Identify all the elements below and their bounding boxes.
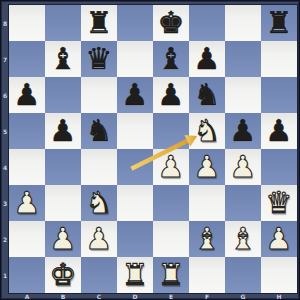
piece-black-pawn-e6[interactable]: ♟ xyxy=(158,77,185,113)
square-e5[interactable] xyxy=(153,113,189,149)
square-a4[interactable] xyxy=(9,149,45,185)
piece-black-queen-c7[interactable]: ♛ xyxy=(86,41,113,77)
file-label-a: A xyxy=(9,292,45,300)
square-a8[interactable] xyxy=(9,5,45,41)
square-g1[interactable] xyxy=(225,257,261,293)
square-a5[interactable] xyxy=(9,113,45,149)
file-label-g: G xyxy=(225,292,261,300)
square-g2[interactable]: ♝ xyxy=(225,221,261,257)
square-c3[interactable]: ♞ xyxy=(81,185,117,221)
rank-label-3: 3 xyxy=(1,185,9,221)
square-b7[interactable]: ♝ xyxy=(45,41,81,77)
square-f1[interactable] xyxy=(189,257,225,293)
piece-black-pawn-a6[interactable]: ♟ xyxy=(14,77,41,113)
board-squares: ♜♚♜♝♛♝♟♟♟♟♞♟♞♞♟♟♟♟♟♟♞♛♟♟♝♝♟♚♜♜ xyxy=(9,5,297,293)
square-h5[interactable]: ♟ xyxy=(261,113,297,149)
square-c2[interactable]: ♟ xyxy=(81,221,117,257)
piece-white-knight-c3[interactable]: ♞ xyxy=(86,185,113,221)
square-b8[interactable] xyxy=(45,5,81,41)
square-d6[interactable]: ♟ xyxy=(117,77,153,113)
piece-black-pawn-d6[interactable]: ♟ xyxy=(122,77,149,113)
rank-label-7: 7 xyxy=(1,41,9,77)
square-c7[interactable]: ♛ xyxy=(81,41,117,77)
file-label-b: B xyxy=(45,292,81,300)
square-a7[interactable] xyxy=(9,41,45,77)
piece-white-rook-d1[interactable]: ♜ xyxy=(122,257,149,293)
square-d1[interactable]: ♜ xyxy=(117,257,153,293)
square-d8[interactable] xyxy=(117,5,153,41)
square-e4[interactable]: ♟ xyxy=(153,149,189,185)
square-c6[interactable] xyxy=(81,77,117,113)
piece-black-knight-f6[interactable]: ♞ xyxy=(194,77,221,113)
piece-white-knight-f5[interactable]: ♞ xyxy=(194,113,221,149)
square-c8[interactable]: ♜ xyxy=(81,5,117,41)
square-a1[interactable] xyxy=(9,257,45,293)
piece-white-queen-h3[interactable]: ♛ xyxy=(266,185,293,221)
chess-board: 87654321 ♜♚♜♝♛♝♟♟♟♟♞♟♞♞♟♟♟♟♟♟♞♛♟♟♝♝♟♚♜♜ … xyxy=(0,0,300,300)
square-h3[interactable]: ♛ xyxy=(261,185,297,221)
square-e7[interactable]: ♝ xyxy=(153,41,189,77)
square-b2[interactable]: ♟ xyxy=(45,221,81,257)
square-d4[interactable] xyxy=(117,149,153,185)
square-h2[interactable]: ♟ xyxy=(261,221,297,257)
piece-black-pawn-f7[interactable]: ♟ xyxy=(194,41,221,77)
square-c1[interactable] xyxy=(81,257,117,293)
square-h4[interactable] xyxy=(261,149,297,185)
piece-white-pawn-h2[interactable]: ♟ xyxy=(266,221,293,257)
piece-black-bishop-e7[interactable]: ♝ xyxy=(158,41,185,77)
rank-label-4: 4 xyxy=(1,149,9,185)
rank-label-1: 1 xyxy=(1,257,9,293)
rank-label-8: 8 xyxy=(1,5,9,41)
piece-white-pawn-b2[interactable]: ♟ xyxy=(50,221,77,257)
piece-black-pawn-h5[interactable]: ♟ xyxy=(266,113,293,149)
square-c4[interactable] xyxy=(81,149,117,185)
file-label-c: C xyxy=(81,292,117,300)
square-g5[interactable]: ♟ xyxy=(225,113,261,149)
piece-black-rook-c8[interactable]: ♜ xyxy=(86,5,113,41)
square-b6[interactable] xyxy=(45,77,81,113)
square-f3[interactable] xyxy=(189,185,225,221)
piece-black-pawn-g5[interactable]: ♟ xyxy=(230,113,257,149)
piece-white-bishop-g2[interactable]: ♝ xyxy=(230,221,257,257)
square-e8[interactable]: ♚ xyxy=(153,5,189,41)
square-g6[interactable] xyxy=(225,77,261,113)
square-e1[interactable]: ♜ xyxy=(153,257,189,293)
piece-white-pawn-g4[interactable]: ♟ xyxy=(230,149,257,185)
rank-label-5: 5 xyxy=(1,113,9,149)
piece-white-rook-e1[interactable]: ♜ xyxy=(158,257,185,293)
square-a6[interactable]: ♟ xyxy=(9,77,45,113)
square-h7[interactable] xyxy=(261,41,297,77)
file-labels: ABCDEFGH xyxy=(9,292,297,300)
piece-black-king-e8[interactable]: ♚ xyxy=(158,5,185,41)
square-f5[interactable]: ♞ xyxy=(189,113,225,149)
piece-white-pawn-f4[interactable]: ♟ xyxy=(194,149,221,185)
rank-label-2: 2 xyxy=(1,221,9,257)
square-h8[interactable]: ♜ xyxy=(261,5,297,41)
square-b5[interactable]: ♟ xyxy=(45,113,81,149)
square-b4[interactable] xyxy=(45,149,81,185)
file-label-f: F xyxy=(189,292,225,300)
square-f8[interactable] xyxy=(189,5,225,41)
square-f4[interactable]: ♟ xyxy=(189,149,225,185)
square-h1[interactable] xyxy=(261,257,297,293)
square-b3[interactable] xyxy=(45,185,81,221)
square-e6[interactable]: ♟ xyxy=(153,77,189,113)
piece-white-bishop-f2[interactable]: ♝ xyxy=(194,221,221,257)
piece-black-bishop-b7[interactable]: ♝ xyxy=(50,41,77,77)
square-c5[interactable]: ♞ xyxy=(81,113,117,149)
square-g4[interactable]: ♟ xyxy=(225,149,261,185)
piece-white-pawn-c2[interactable]: ♟ xyxy=(86,221,113,257)
square-d3[interactable] xyxy=(117,185,153,221)
square-b1[interactable]: ♚ xyxy=(45,257,81,293)
file-label-d: D xyxy=(117,292,153,300)
piece-black-knight-c5[interactable]: ♞ xyxy=(86,113,113,149)
square-f6[interactable]: ♞ xyxy=(189,77,225,113)
piece-black-rook-h8[interactable]: ♜ xyxy=(266,5,293,41)
piece-white-king-b1[interactable]: ♚ xyxy=(50,257,77,293)
piece-white-pawn-e4[interactable]: ♟ xyxy=(158,149,185,185)
square-e2[interactable] xyxy=(153,221,189,257)
rank-labels: 87654321 xyxy=(1,5,9,293)
piece-black-pawn-b5[interactable]: ♟ xyxy=(50,113,77,149)
square-f7[interactable]: ♟ xyxy=(189,41,225,77)
square-g3[interactable] xyxy=(225,185,261,221)
square-a2[interactable] xyxy=(9,221,45,257)
square-g8[interactable] xyxy=(225,5,261,41)
square-f2[interactable]: ♝ xyxy=(189,221,225,257)
square-d7[interactable] xyxy=(117,41,153,77)
file-label-e: E xyxy=(153,292,189,300)
rank-label-6: 6 xyxy=(1,77,9,113)
square-d5[interactable] xyxy=(117,113,153,149)
square-a3[interactable]: ♟ xyxy=(9,185,45,221)
square-h6[interactable] xyxy=(261,77,297,113)
square-g7[interactable] xyxy=(225,41,261,77)
piece-white-pawn-a3[interactable]: ♟ xyxy=(14,185,41,221)
square-d2[interactable] xyxy=(117,221,153,257)
square-e3[interactable] xyxy=(153,185,189,221)
file-label-h: H xyxy=(261,292,297,300)
